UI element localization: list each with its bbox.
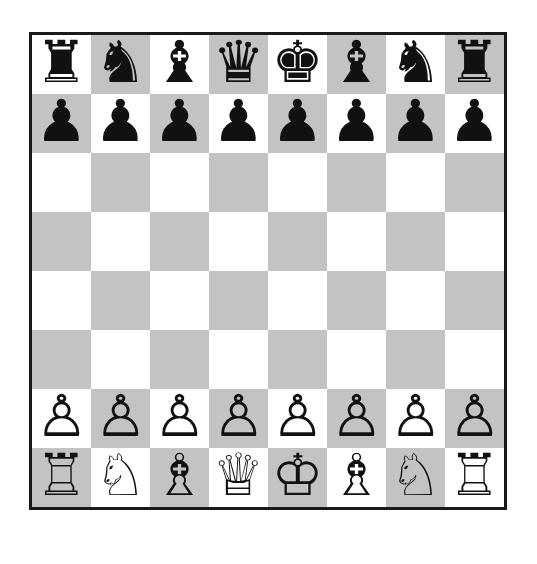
square-e1[interactable]: ♔ [268,448,327,507]
square-g8[interactable]: ♞ [386,35,445,94]
black-rook-icon: ♜ [449,33,501,92]
square-g6[interactable] [386,153,445,212]
square-d4[interactable] [209,271,268,330]
square-g5[interactable] [386,212,445,271]
square-b7[interactable]: ♟ [91,94,150,153]
square-f6[interactable] [327,153,386,212]
square-c7[interactable]: ♟ [150,94,209,153]
square-b6[interactable] [91,153,150,212]
square-f3[interactable] [327,330,386,389]
white-rook-icon: ♖ [36,446,88,505]
square-f1[interactable]: ♗ [327,448,386,507]
square-d2[interactable]: ♙ [209,389,268,448]
square-h7[interactable]: ♟ [445,94,504,153]
square-a7[interactable]: ♟ [32,94,91,153]
square-b5[interactable] [91,212,150,271]
square-f2[interactable]: ♙ [327,389,386,448]
white-knight-icon: ♘ [390,446,442,505]
square-g1[interactable]: ♘ [386,448,445,507]
square-a4[interactable] [32,271,91,330]
black-king-icon: ♚ [272,33,324,92]
square-g7[interactable]: ♟ [386,94,445,153]
white-pawn-icon: ♙ [36,387,88,446]
square-a6[interactable] [32,153,91,212]
square-b3[interactable] [91,330,150,389]
square-d5[interactable] [209,212,268,271]
square-e2[interactable]: ♙ [268,389,327,448]
white-bishop-icon: ♗ [331,446,383,505]
square-e8[interactable]: ♚ [268,35,327,94]
square-e7[interactable]: ♟ [268,94,327,153]
square-g4[interactable] [386,271,445,330]
square-c4[interactable] [150,271,209,330]
white-pawn-icon: ♙ [449,387,501,446]
black-rook-icon: ♜ [36,33,88,92]
square-f8[interactable]: ♝ [327,35,386,94]
white-pawn-icon: ♙ [154,387,206,446]
square-a1[interactable]: ♖ [32,448,91,507]
square-e4[interactable] [268,271,327,330]
white-rook-icon: ♖ [449,446,501,505]
square-d8[interactable]: ♛ [209,35,268,94]
white-bishop-icon: ♗ [154,446,206,505]
black-knight-icon: ♞ [390,33,442,92]
square-h5[interactable] [445,212,504,271]
white-pawn-icon: ♙ [331,387,383,446]
black-bishop-icon: ♝ [154,33,206,92]
white-knight-icon: ♘ [95,446,147,505]
square-h6[interactable] [445,153,504,212]
square-h3[interactable] [445,330,504,389]
square-e5[interactable] [268,212,327,271]
square-c5[interactable] [150,212,209,271]
black-pawn-icon: ♟ [213,92,265,151]
white-queen-icon: ♕ [213,446,265,505]
square-f5[interactable] [327,212,386,271]
black-pawn-icon: ♟ [272,92,324,151]
white-pawn-icon: ♙ [272,387,324,446]
square-a2[interactable]: ♙ [32,389,91,448]
square-b2[interactable]: ♙ [91,389,150,448]
black-knight-icon: ♞ [95,33,147,92]
white-pawn-icon: ♙ [213,387,265,446]
square-a8[interactable]: ♜ [32,35,91,94]
square-c1[interactable]: ♗ [150,448,209,507]
black-pawn-icon: ♟ [390,92,442,151]
square-h8[interactable]: ♜ [445,35,504,94]
square-c8[interactable]: ♝ [150,35,209,94]
square-g3[interactable] [386,330,445,389]
black-pawn-icon: ♟ [95,92,147,151]
chess-board: ♜♞♝♛♚♝♞♜♟♟♟♟♟♟♟♟♙♙♙♙♙♙♙♙♖♘♗♕♔♗♘♖ [32,35,504,507]
square-h1[interactable]: ♖ [445,448,504,507]
square-a5[interactable] [32,212,91,271]
square-a3[interactable] [32,330,91,389]
square-b4[interactable] [91,271,150,330]
white-king-icon: ♔ [272,446,324,505]
black-queen-icon: ♛ [213,33,265,92]
square-d6[interactable] [209,153,268,212]
black-bishop-icon: ♝ [331,33,383,92]
chess-diagram: ♜♞♝♛♚♝♞♜♟♟♟♟♟♟♟♟♙♙♙♙♙♙♙♙♖♘♗♕♔♗♘♖ [0,0,537,564]
square-b1[interactable]: ♘ [91,448,150,507]
square-c6[interactable] [150,153,209,212]
black-pawn-icon: ♟ [449,92,501,151]
white-pawn-icon: ♙ [390,387,442,446]
square-f7[interactable]: ♟ [327,94,386,153]
square-h2[interactable]: ♙ [445,389,504,448]
board-frame: ♜♞♝♛♚♝♞♜♟♟♟♟♟♟♟♟♙♙♙♙♙♙♙♙♖♘♗♕♔♗♘♖ [29,32,507,510]
square-e6[interactable] [268,153,327,212]
white-pawn-icon: ♙ [95,387,147,446]
square-h4[interactable] [445,271,504,330]
square-c2[interactable]: ♙ [150,389,209,448]
black-pawn-icon: ♟ [154,92,206,151]
square-g2[interactable]: ♙ [386,389,445,448]
square-c3[interactable] [150,330,209,389]
square-e3[interactable] [268,330,327,389]
square-d1[interactable]: ♕ [209,448,268,507]
square-d7[interactable]: ♟ [209,94,268,153]
black-pawn-icon: ♟ [331,92,383,151]
black-pawn-icon: ♟ [36,92,88,151]
square-b8[interactable]: ♞ [91,35,150,94]
square-d3[interactable] [209,330,268,389]
square-f4[interactable] [327,271,386,330]
